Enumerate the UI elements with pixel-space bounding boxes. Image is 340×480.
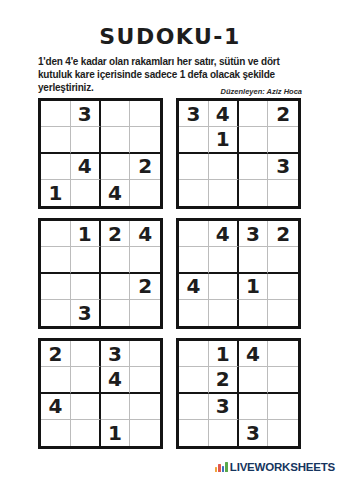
empty-cell[interactable] (41, 154, 71, 180)
empty-cell[interactable] (179, 154, 209, 180)
given-cell: 2 (130, 154, 160, 180)
empty-cell[interactable] (71, 394, 101, 420)
empty-cell[interactable] (179, 180, 209, 206)
given-cell: 1 (239, 274, 269, 300)
given-cell: 1 (209, 341, 239, 367)
empty-cell[interactable] (209, 420, 239, 446)
given-cell: 3 (239, 420, 269, 446)
empty-cell[interactable] (239, 101, 269, 127)
credit-line: Düzenleyen: Aziz Hoca (221, 87, 302, 96)
page-title: SUDOKU-1 (0, 24, 340, 49)
empty-cell[interactable] (179, 300, 209, 326)
empty-cell[interactable] (130, 101, 160, 127)
given-cell: 2 (268, 221, 298, 247)
empty-cell[interactable] (268, 300, 298, 326)
empty-cell[interactable] (209, 180, 239, 206)
empty-cell[interactable] (130, 300, 160, 326)
empty-cell[interactable] (101, 300, 131, 326)
empty-cell[interactable] (239, 127, 269, 153)
given-cell: 1 (101, 420, 131, 446)
empty-cell[interactable] (179, 247, 209, 273)
empty-cell[interactable] (130, 341, 160, 367)
puzzle-grid-container: 34214 34213 12423 43241 23441 14233 (38, 98, 301, 449)
given-cell: 3 (209, 394, 239, 420)
given-cell: 4 (209, 221, 239, 247)
empty-cell[interactable] (239, 154, 269, 180)
given-cell: 3 (268, 154, 298, 180)
sudoku-board-4: 43241 (176, 218, 301, 329)
empty-cell[interactable] (71, 367, 101, 393)
empty-cell[interactable] (41, 367, 71, 393)
empty-cell[interactable] (101, 274, 131, 300)
given-cell: 4 (179, 274, 209, 300)
empty-cell[interactable] (268, 394, 298, 420)
given-cell: 3 (179, 101, 209, 127)
empty-cell[interactable] (239, 300, 269, 326)
given-cell: 4 (41, 394, 71, 420)
empty-cell[interactable] (71, 341, 101, 367)
sudoku-board-6: 14233 (176, 338, 301, 449)
empty-cell[interactable] (179, 420, 209, 446)
empty-cell[interactable] (179, 221, 209, 247)
empty-cell[interactable] (130, 247, 160, 273)
given-cell: 2 (130, 274, 160, 300)
empty-cell[interactable] (209, 274, 239, 300)
given-cell: 4 (209, 101, 239, 127)
sudoku-board-3: 12423 (38, 218, 163, 329)
given-cell: 3 (71, 300, 101, 326)
empty-cell[interactable] (179, 341, 209, 367)
instructions-line-1: 1'den 4'e kadar olan rakamları her satır… (38, 55, 310, 68)
empty-cell[interactable] (239, 247, 269, 273)
given-cell: 3 (71, 101, 101, 127)
empty-cell[interactable] (268, 367, 298, 393)
empty-cell[interactable] (130, 420, 160, 446)
empty-cell[interactable] (268, 274, 298, 300)
empty-cell[interactable] (239, 180, 269, 206)
empty-cell[interactable] (101, 394, 131, 420)
empty-cell[interactable] (71, 420, 101, 446)
empty-cell[interactable] (268, 247, 298, 273)
worksheet-page: SUDOKU-1 1'den 4'e kadar olan rakamları … (0, 0, 340, 480)
empty-cell[interactable] (41, 221, 71, 247)
empty-cell[interactable] (239, 394, 269, 420)
bar-chart-icon (215, 461, 228, 473)
sudoku-board-5: 23441 (38, 338, 163, 449)
empty-cell[interactable] (130, 127, 160, 153)
given-cell: 4 (239, 341, 269, 367)
given-cell: 1 (209, 127, 239, 153)
given-cell: 1 (41, 180, 71, 206)
given-cell: 2 (209, 367, 239, 393)
sudoku-board-2: 34213 (176, 98, 301, 209)
empty-cell[interactable] (268, 420, 298, 446)
instructions-line-2: kutuluk kare içerisinde sadece 1 defa ol… (38, 68, 310, 81)
empty-cell[interactable] (71, 127, 101, 153)
given-cell: 1 (71, 221, 101, 247)
empty-cell[interactable] (41, 127, 71, 153)
empty-cell[interactable] (101, 154, 131, 180)
sudoku-board-1: 34214 (38, 98, 163, 209)
empty-cell[interactable] (41, 274, 71, 300)
given-cell: 4 (71, 154, 101, 180)
given-cell: 4 (130, 221, 160, 247)
empty-cell[interactable] (41, 101, 71, 127)
empty-cell[interactable] (268, 127, 298, 153)
empty-cell[interactable] (209, 300, 239, 326)
given-cell: 2 (41, 341, 71, 367)
empty-cell[interactable] (41, 300, 71, 326)
footer: LIVEWORKSHEETS (215, 461, 335, 473)
given-cell: 2 (268, 101, 298, 127)
empty-cell[interactable] (130, 367, 160, 393)
given-cell: 3 (239, 221, 269, 247)
empty-cell[interactable] (209, 154, 239, 180)
brand-wordmark: LIVEWORKSHEETS (230, 461, 335, 473)
empty-cell[interactable] (41, 420, 71, 446)
given-cell: 2 (101, 221, 131, 247)
empty-cell[interactable] (179, 367, 209, 393)
empty-cell[interactable] (130, 394, 160, 420)
empty-cell[interactable] (71, 274, 101, 300)
empty-cell[interactable] (71, 247, 101, 273)
empty-cell[interactable] (179, 394, 209, 420)
empty-cell[interactable] (209, 247, 239, 273)
empty-cell[interactable] (101, 127, 131, 153)
empty-cell[interactable] (101, 101, 131, 127)
empty-cell[interactable] (130, 180, 160, 206)
empty-cell[interactable] (179, 127, 209, 153)
given-cell: 4 (101, 180, 131, 206)
empty-cell[interactable] (239, 367, 269, 393)
empty-cell[interactable] (268, 180, 298, 206)
empty-cell[interactable] (268, 341, 298, 367)
given-cell: 4 (101, 367, 131, 393)
empty-cell[interactable] (41, 247, 71, 273)
empty-cell[interactable] (71, 180, 101, 206)
empty-cell[interactable] (101, 247, 131, 273)
given-cell: 3 (101, 341, 131, 367)
